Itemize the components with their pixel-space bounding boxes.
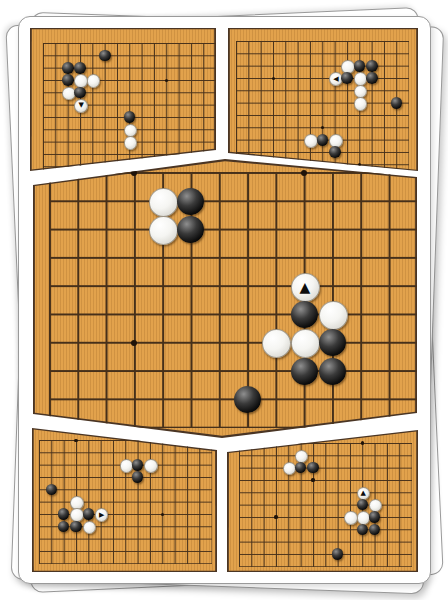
star-point [131,340,137,346]
black-stone[interactable] [317,134,329,146]
star-point [311,478,314,481]
black-stone[interactable] [291,301,318,328]
collage-canvas: ▼◀▲▶▲ [0,0,448,600]
white-stone[interactable] [304,134,318,148]
white-stone[interactable] [124,136,138,150]
black-stone[interactable] [307,462,319,474]
black-stone[interactable] [332,548,344,560]
white-stone[interactable] [291,329,320,358]
board-top-right: ◀ [228,28,418,178]
star-point [274,515,277,518]
board-middle: ▲ [33,150,417,445]
black-stone[interactable] [291,358,318,385]
black-stone[interactable] [74,62,86,74]
black-stone[interactable] [354,60,366,72]
white-stone[interactable] [354,97,368,111]
black-stone[interactable] [62,62,74,74]
white-stone[interactable] [149,216,178,245]
black-stone[interactable] [357,524,369,536]
white-stone-marked[interactable]: ▲ [291,273,320,302]
triangle-marker-icon: ▶ [99,512,104,519]
star-point [74,439,77,442]
black-stone[interactable] [319,358,346,385]
black-stone[interactable] [132,459,144,471]
white-stone[interactable] [70,508,84,522]
black-stone[interactable] [62,74,74,86]
star-point [272,77,275,80]
triangle-marker-icon: ▲ [361,490,366,497]
black-stone[interactable] [369,511,381,523]
white-stone-marked[interactable]: ▼ [74,99,88,113]
star-point [161,513,164,516]
black-stone[interactable] [234,386,261,413]
star-point [361,441,364,444]
star-point [301,170,307,176]
board-middle-grid [49,172,418,428]
board-bottom-right-grid [239,443,413,567]
white-stone[interactable] [149,188,178,217]
board-bottom-left: ▶ [32,425,217,572]
white-stone[interactable] [144,459,158,473]
black-stone[interactable] [366,60,378,72]
black-stone[interactable] [319,329,346,356]
triangle-marker-icon: ▼ [79,102,84,109]
white-stone[interactable] [319,301,348,330]
black-stone[interactable] [391,97,403,109]
black-stone[interactable] [177,188,204,215]
triangle-marker-icon: ▲ [300,280,311,294]
black-stone[interactable] [329,146,341,158]
black-stone[interactable] [99,50,111,62]
white-stone[interactable] [344,511,358,525]
black-stone[interactable] [70,521,82,533]
black-stone[interactable] [83,508,95,520]
black-stone[interactable] [366,72,378,84]
triangle-marker-icon: ◀ [333,76,338,83]
star-point [165,79,168,82]
